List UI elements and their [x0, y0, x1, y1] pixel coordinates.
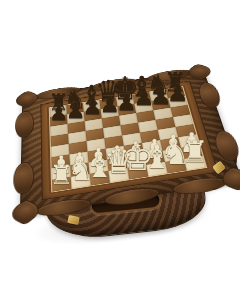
square-f1 — [146, 162, 167, 177]
square-b1 — [71, 174, 91, 189]
frame-carving-lobe — [13, 161, 34, 196]
square-d1 — [108, 168, 129, 183]
chessboard — [50, 87, 206, 192]
frame-carving-lobe — [212, 129, 240, 163]
square-a1 — [52, 177, 72, 192]
square-h1 — [184, 156, 206, 170]
square-c1 — [90, 171, 110, 186]
frame-carving-lobe — [15, 110, 34, 140]
frame-carving-lobe — [196, 81, 223, 109]
product-photo-canvas: ♜♞♝♛♚♝♞♜♟♟♟♟♟♟♟♟♟♟♟♟♟♟♟♟♜♞♝♛♚♝♞♜ — [0, 0, 240, 303]
frame-corner-scroll — [183, 64, 216, 81]
square-e1 — [127, 165, 148, 180]
